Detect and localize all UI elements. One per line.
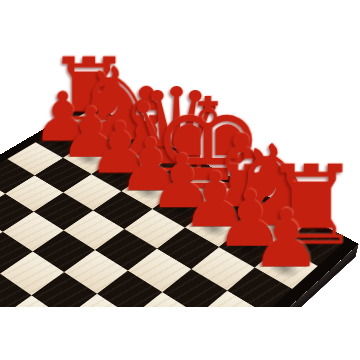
- chess-set-photo: ♜♞♝♛♚♝♞♜♟♟♟♟♟♟♟♟: [0, 0, 360, 360]
- photo-area: ♜♞♝♛♚♝♞♜♟♟♟♟♟♟♟♟: [0, 0, 360, 307]
- chessboard-3d: ♜♞♝♛♚♝♞♜♟♟♟♟♟♟♟♟: [0, 103, 359, 307]
- chessboard: ♜♞♝♛♚♝♞♜♟♟♟♟♟♟♟♟: [0, 103, 359, 307]
- red-pawn-h7: ♟: [246, 187, 326, 267]
